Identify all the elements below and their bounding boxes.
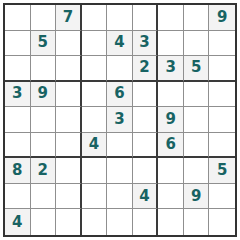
cell-r9c9[interactable]: [209, 209, 235, 235]
cell-r7c3[interactable]: [56, 158, 82, 184]
cell-r8c4[interactable]: [82, 184, 108, 210]
cell-r3c9[interactable]: [209, 56, 235, 82]
cell-r4c6[interactable]: [133, 82, 159, 108]
cell-r4c2[interactable]: 9: [31, 82, 57, 108]
cell-r2c4[interactable]: [82, 31, 108, 57]
cell-r2c3[interactable]: [56, 31, 82, 57]
cell-r6c9[interactable]: [209, 133, 235, 159]
cell-r9c6[interactable]: [133, 209, 159, 235]
cell-r8c2[interactable]: [31, 184, 57, 210]
cell-r1c8[interactable]: [184, 5, 210, 31]
cell-r5c4[interactable]: [82, 107, 108, 133]
cell-r8c9[interactable]: [209, 184, 235, 210]
cell-r4c5[interactable]: 6: [107, 82, 133, 108]
cell-r9c2[interactable]: [31, 209, 57, 235]
cell-r7c6[interactable]: [133, 158, 159, 184]
cell-r7c4[interactable]: [82, 158, 108, 184]
cell-r4c4[interactable]: [82, 82, 108, 108]
cell-r1c3[interactable]: 7: [56, 5, 82, 31]
cell-r7c1[interactable]: 8: [5, 158, 31, 184]
cell-r2c7[interactable]: [158, 31, 184, 57]
cell-r2c1[interactable]: [5, 31, 31, 57]
cell-r8c1[interactable]: [5, 184, 31, 210]
cell-r1c6[interactable]: [133, 5, 159, 31]
cell-r1c2[interactable]: [31, 5, 57, 31]
cell-r9c3[interactable]: [56, 209, 82, 235]
cell-r2c5[interactable]: 4: [107, 31, 133, 57]
cell-r7c9[interactable]: 5: [209, 158, 235, 184]
cell-r7c7[interactable]: [158, 158, 184, 184]
cell-r6c4[interactable]: 4: [82, 133, 108, 159]
cell-r3c2[interactable]: [31, 56, 57, 82]
cell-r6c2[interactable]: [31, 133, 57, 159]
cell-r9c5[interactable]: [107, 209, 133, 235]
cell-r5c2[interactable]: [31, 107, 57, 133]
cell-r6c7[interactable]: 6: [158, 133, 184, 159]
cell-r8c8[interactable]: 9: [184, 184, 210, 210]
cell-r4c3[interactable]: [56, 82, 82, 108]
cell-r8c3[interactable]: [56, 184, 82, 210]
cell-r1c7[interactable]: [158, 5, 184, 31]
cell-r3c8[interactable]: 5: [184, 56, 210, 82]
cell-r9c7[interactable]: [158, 209, 184, 235]
cell-r5c3[interactable]: [56, 107, 82, 133]
cell-r8c5[interactable]: [107, 184, 133, 210]
cell-r5c6[interactable]: [133, 107, 159, 133]
cell-r4c9[interactable]: [209, 82, 235, 108]
cell-r8c7[interactable]: [158, 184, 184, 210]
cell-r7c8[interactable]: [184, 158, 210, 184]
cell-r7c2[interactable]: 2: [31, 158, 57, 184]
cell-r9c4[interactable]: [82, 209, 108, 235]
cell-r3c1[interactable]: [5, 56, 31, 82]
cell-r9c8[interactable]: [184, 209, 210, 235]
cell-r1c5[interactable]: [107, 5, 133, 31]
cell-r7c5[interactable]: [107, 158, 133, 184]
cell-r6c1[interactable]: [5, 133, 31, 159]
sudoku-board: 795432353963946825494: [3, 3, 237, 237]
cell-r9c1[interactable]: 4: [5, 209, 31, 235]
cell-r5c9[interactable]: [209, 107, 235, 133]
cell-r4c8[interactable]: [184, 82, 210, 108]
cell-r6c6[interactable]: [133, 133, 159, 159]
cell-r6c8[interactable]: [184, 133, 210, 159]
cell-r2c6[interactable]: 3: [133, 31, 159, 57]
cell-r5c5[interactable]: 3: [107, 107, 133, 133]
cell-r5c1[interactable]: [5, 107, 31, 133]
cell-r3c5[interactable]: [107, 56, 133, 82]
cell-r1c1[interactable]: [5, 5, 31, 31]
cell-r4c1[interactable]: 3: [5, 82, 31, 108]
cell-r2c9[interactable]: [209, 31, 235, 57]
cell-r3c3[interactable]: [56, 56, 82, 82]
cell-r2c2[interactable]: 5: [31, 31, 57, 57]
cell-r4c7[interactable]: [158, 82, 184, 108]
cell-r2c8[interactable]: [184, 31, 210, 57]
cell-r3c4[interactable]: [82, 56, 108, 82]
cell-r5c8[interactable]: [184, 107, 210, 133]
cell-r6c3[interactable]: [56, 133, 82, 159]
sudoku-page: 795432353963946825494: [0, 0, 240, 240]
cell-r3c7[interactable]: 3: [158, 56, 184, 82]
cell-r3c6[interactable]: 2: [133, 56, 159, 82]
cell-r1c9[interactable]: 9: [209, 5, 235, 31]
cell-r6c5[interactable]: [107, 133, 133, 159]
cell-r1c4[interactable]: [82, 5, 108, 31]
cell-r5c7[interactable]: 9: [158, 107, 184, 133]
cell-r8c6[interactable]: 4: [133, 184, 159, 210]
